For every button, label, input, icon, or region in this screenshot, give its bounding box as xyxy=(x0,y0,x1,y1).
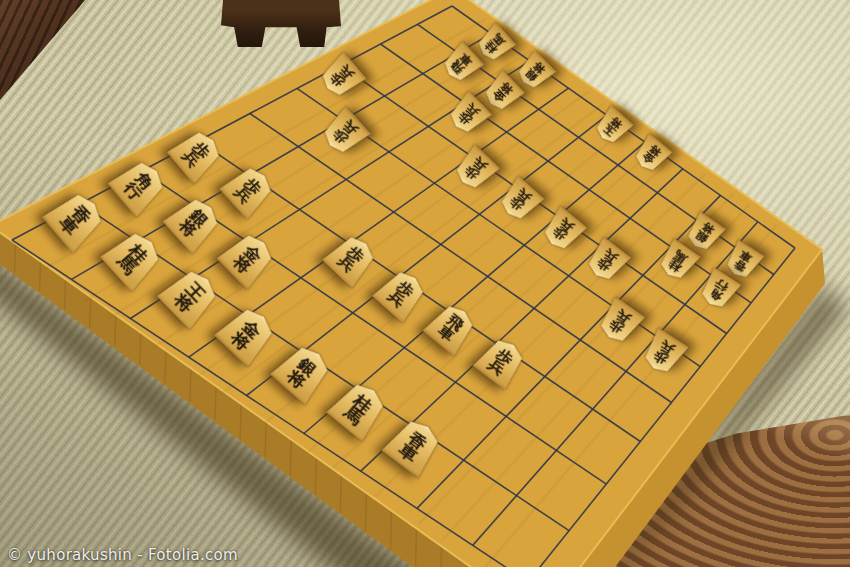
piece-kanji: 歩兵 xyxy=(507,186,533,213)
piece-kanji: 飛車 xyxy=(436,313,466,345)
piece-kanji: 歩兵 xyxy=(385,279,416,311)
piece-kanji: 歩兵 xyxy=(652,338,677,366)
piece-kanji: 歩兵 xyxy=(486,347,515,379)
piece-kanji: 桂馬 xyxy=(341,392,375,428)
piece-kanji: 香車 xyxy=(396,429,429,465)
piece-kanji: 金将 xyxy=(491,80,515,104)
piece-kanji: 香車 xyxy=(733,248,755,272)
piece-kanji: 歩兵 xyxy=(335,245,366,277)
piece-kanji: 王将 xyxy=(172,280,208,316)
piece-kanji: 金将 xyxy=(228,317,263,353)
piece-kanji: 歩兵 xyxy=(331,118,360,146)
piece-kanji: 銀将 xyxy=(176,207,210,240)
piece-kanji: 歩兵 xyxy=(329,63,356,89)
piece-kanji: 金将 xyxy=(230,243,264,276)
piece-kanji: 歩兵 xyxy=(463,156,489,183)
piece-kanji: 桂馬 xyxy=(484,32,507,55)
piece-kanji: 飛車 xyxy=(450,51,474,75)
piece-kanji: 歩兵 xyxy=(456,101,481,126)
piece-kanji: 歩兵 xyxy=(607,307,633,335)
piece-kanji: 桂馬 xyxy=(667,247,690,273)
scene: 桂馬銀将玉将金将飛車金将銀将香車桂馬角行歩兵歩兵歩兵歩兵歩兵歩兵歩兵歩兵歩兵香車… xyxy=(0,0,850,567)
piece-kanji: 角行 xyxy=(708,276,731,301)
piece-kanji: 銀将 xyxy=(285,355,320,391)
piece-kanji: 歩兵 xyxy=(180,140,212,171)
piece-kanji: 角行 xyxy=(121,170,156,203)
piece-kanji: 歩兵 xyxy=(595,246,620,273)
piece-kanji: 歩兵 xyxy=(232,175,264,206)
piece-kanji: 歩兵 xyxy=(551,216,576,243)
piece-kanji: 桂馬 xyxy=(114,242,150,277)
piece-kanji: 玉将 xyxy=(602,114,624,137)
piece-kanji: 銀将 xyxy=(693,221,715,245)
piece-kanji: 香車 xyxy=(56,203,93,238)
piece-kanji: 銀将 xyxy=(523,59,546,82)
watermark-credit: © yuhorakushin - Fotolia.com xyxy=(7,546,238,564)
piece-kanji: 金将 xyxy=(641,142,663,165)
